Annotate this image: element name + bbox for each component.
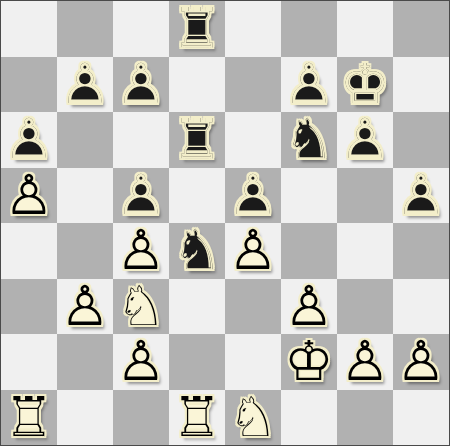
black-knight-icon: ♞ <box>281 112 337 168</box>
square-f4[interactable] <box>281 223 337 279</box>
black-pawn[interactable]: ♟♙ <box>225 168 281 224</box>
white-pawn[interactable]: ♟♙ <box>57 279 113 335</box>
square-d3[interactable] <box>169 279 225 335</box>
white-pawn-icon: ♟ <box>113 223 169 279</box>
black-rook[interactable]: ♜♖ <box>169 1 225 57</box>
black-knight[interactable]: ♞♘ <box>281 112 337 168</box>
square-b6[interactable] <box>57 112 113 168</box>
square-g2[interactable]: ♟♙ <box>337 334 393 390</box>
black-pawn[interactable]: ♟♙ <box>281 57 337 113</box>
square-d5[interactable] <box>169 168 225 224</box>
white-king-icon: ♚ <box>281 334 337 390</box>
square-g8[interactable] <box>337 1 393 57</box>
white-pawn[interactable]: ♟♙ <box>225 223 281 279</box>
black-king-icon: ♚ <box>337 57 393 113</box>
square-a3[interactable] <box>1 279 57 335</box>
square-h1[interactable] <box>393 390 449 446</box>
square-a8[interactable] <box>1 1 57 57</box>
black-pawn[interactable]: ♟♙ <box>393 168 449 224</box>
white-pawn[interactable]: ♟♙ <box>113 334 169 390</box>
white-king-outline-icon: ♔ <box>281 334 337 390</box>
black-knight[interactable]: ♞♘ <box>169 223 225 279</box>
black-pawn-icon: ♟ <box>281 57 337 113</box>
square-b2[interactable] <box>57 334 113 390</box>
white-pawn-outline-icon: ♙ <box>1 168 57 224</box>
square-b3[interactable]: ♟♙ <box>57 279 113 335</box>
black-pawn-outline-icon: ♙ <box>1 112 57 168</box>
square-c3[interactable]: ♞♘ <box>113 279 169 335</box>
black-pawn-icon: ♟ <box>57 57 113 113</box>
white-pawn-outline-icon: ♙ <box>113 334 169 390</box>
white-pawn[interactable]: ♟♙ <box>113 223 169 279</box>
square-d4[interactable]: ♞♘ <box>169 223 225 279</box>
square-c7[interactable]: ♟♙ <box>113 57 169 113</box>
white-pawn-outline-icon: ♙ <box>57 279 113 335</box>
black-pawn-outline-icon: ♙ <box>113 57 169 113</box>
square-b4[interactable] <box>57 223 113 279</box>
white-pawn-outline-icon: ♙ <box>337 334 393 390</box>
black-pawn-icon: ♟ <box>113 57 169 113</box>
white-pawn[interactable]: ♟♙ <box>393 334 449 390</box>
square-g7[interactable]: ♚♔ <box>337 57 393 113</box>
black-rook[interactable]: ♜♖ <box>169 112 225 168</box>
black-pawn-outline-icon: ♙ <box>393 168 449 224</box>
white-pawn[interactable]: ♟♙ <box>281 279 337 335</box>
square-a6[interactable]: ♟♙ <box>1 112 57 168</box>
white-pawn-icon: ♟ <box>225 223 281 279</box>
square-d6[interactable]: ♜♖ <box>169 112 225 168</box>
black-pawn[interactable]: ♟♙ <box>113 168 169 224</box>
black-king-outline-icon: ♔ <box>337 57 393 113</box>
black-pawn[interactable]: ♟♙ <box>1 112 57 168</box>
white-rook-outline-icon: ♖ <box>1 390 57 446</box>
square-d2[interactable] <box>169 334 225 390</box>
square-e8[interactable] <box>225 1 281 57</box>
white-rook-icon: ♜ <box>169 390 225 446</box>
square-h4[interactable] <box>393 223 449 279</box>
square-f1[interactable] <box>281 390 337 446</box>
white-pawn-icon: ♟ <box>393 334 449 390</box>
square-g1[interactable] <box>337 390 393 446</box>
square-g3[interactable] <box>337 279 393 335</box>
white-pawn-icon: ♟ <box>57 279 113 335</box>
square-c1[interactable] <box>113 390 169 446</box>
black-knight-icon: ♞ <box>169 223 225 279</box>
white-knight[interactable]: ♞♘ <box>113 279 169 335</box>
square-f3[interactable]: ♟♙ <box>281 279 337 335</box>
square-b1[interactable] <box>57 390 113 446</box>
white-king[interactable]: ♚♔ <box>281 334 337 390</box>
white-knight-icon: ♞ <box>225 390 281 446</box>
white-rook-icon: ♜ <box>1 390 57 446</box>
square-a2[interactable] <box>1 334 57 390</box>
square-h2[interactable]: ♟♙ <box>393 334 449 390</box>
square-d1[interactable]: ♜♖ <box>169 390 225 446</box>
black-rook-icon: ♜ <box>169 1 225 57</box>
white-pawn-outline-icon: ♙ <box>225 223 281 279</box>
white-knight-icon: ♞ <box>113 279 169 335</box>
white-pawn-icon: ♟ <box>1 168 57 224</box>
black-pawn-icon: ♟ <box>1 112 57 168</box>
square-c5[interactable]: ♟♙ <box>113 168 169 224</box>
white-knight-outline-icon: ♘ <box>225 390 281 446</box>
square-a4[interactable] <box>1 223 57 279</box>
black-pawn-icon: ♟ <box>337 112 393 168</box>
black-king[interactable]: ♚♔ <box>337 57 393 113</box>
square-h6[interactable] <box>393 112 449 168</box>
white-pawn-outline-icon: ♙ <box>113 223 169 279</box>
black-pawn-icon: ♟ <box>113 168 169 224</box>
white-pawn-icon: ♟ <box>113 334 169 390</box>
black-rook-outline-icon: ♖ <box>169 1 225 57</box>
black-rook-outline-icon: ♖ <box>169 112 225 168</box>
white-knight-outline-icon: ♘ <box>113 279 169 335</box>
square-b5[interactable] <box>57 168 113 224</box>
black-pawn-outline-icon: ♙ <box>281 57 337 113</box>
black-knight-outline-icon: ♘ <box>169 223 225 279</box>
square-f6[interactable]: ♞♘ <box>281 112 337 168</box>
square-a1[interactable]: ♜♖ <box>1 390 57 446</box>
square-c6[interactable] <box>113 112 169 168</box>
black-pawn-icon: ♟ <box>393 168 449 224</box>
white-pawn-icon: ♟ <box>337 334 393 390</box>
black-pawn-icon: ♟ <box>225 168 281 224</box>
white-pawn-outline-icon: ♙ <box>393 334 449 390</box>
square-e4[interactable]: ♟♙ <box>225 223 281 279</box>
square-f2[interactable]: ♚♔ <box>281 334 337 390</box>
square-g5[interactable] <box>337 168 393 224</box>
square-a7[interactable] <box>1 57 57 113</box>
black-pawn[interactable]: ♟♙ <box>113 57 169 113</box>
square-e5[interactable]: ♟♙ <box>225 168 281 224</box>
black-knight-outline-icon: ♘ <box>281 112 337 168</box>
white-rook[interactable]: ♜♖ <box>1 390 57 446</box>
black-pawn-outline-icon: ♙ <box>57 57 113 113</box>
square-e1[interactable]: ♞♘ <box>225 390 281 446</box>
square-d8[interactable]: ♜♖ <box>169 1 225 57</box>
square-c2[interactable]: ♟♙ <box>113 334 169 390</box>
white-knight[interactable]: ♞♘ <box>225 390 281 446</box>
square-h8[interactable] <box>393 1 449 57</box>
square-h7[interactable] <box>393 57 449 113</box>
square-c8[interactable] <box>113 1 169 57</box>
square-e6[interactable] <box>225 112 281 168</box>
square-e2[interactable] <box>225 334 281 390</box>
white-pawn-outline-icon: ♙ <box>281 279 337 335</box>
white-rook-outline-icon: ♖ <box>169 390 225 446</box>
square-b8[interactable] <box>57 1 113 57</box>
square-c4[interactable]: ♟♙ <box>113 223 169 279</box>
white-pawn[interactable]: ♟♙ <box>1 168 57 224</box>
square-g6[interactable]: ♟♙ <box>337 112 393 168</box>
square-e7[interactable] <box>225 57 281 113</box>
square-f8[interactable] <box>281 1 337 57</box>
black-pawn-outline-icon: ♙ <box>113 168 169 224</box>
square-d7[interactable] <box>169 57 225 113</box>
white-pawn-icon: ♟ <box>281 279 337 335</box>
square-g4[interactable] <box>337 223 393 279</box>
square-f7[interactable]: ♟♙ <box>281 57 337 113</box>
square-b7[interactable]: ♟♙ <box>57 57 113 113</box>
square-f5[interactable] <box>281 168 337 224</box>
black-pawn[interactable]: ♟♙ <box>337 112 393 168</box>
white-rook[interactable]: ♜♖ <box>169 390 225 446</box>
square-h5[interactable]: ♟♙ <box>393 168 449 224</box>
chess-board: ♜♖♟♙♟♙♟♙♚♔♟♙♜♖♞♘♟♙♟♙♟♙♟♙♟♙♟♙♞♘♟♙♟♙♞♘♟♙♟♙… <box>0 0 450 446</box>
black-pawn-outline-icon: ♙ <box>337 112 393 168</box>
black-pawn[interactable]: ♟♙ <box>57 57 113 113</box>
black-rook-icon: ♜ <box>169 112 225 168</box>
square-a5[interactable]: ♟♙ <box>1 168 57 224</box>
square-e3[interactable] <box>225 279 281 335</box>
black-pawn-outline-icon: ♙ <box>225 168 281 224</box>
white-pawn[interactable]: ♟♙ <box>337 334 393 390</box>
square-h3[interactable] <box>393 279 449 335</box>
